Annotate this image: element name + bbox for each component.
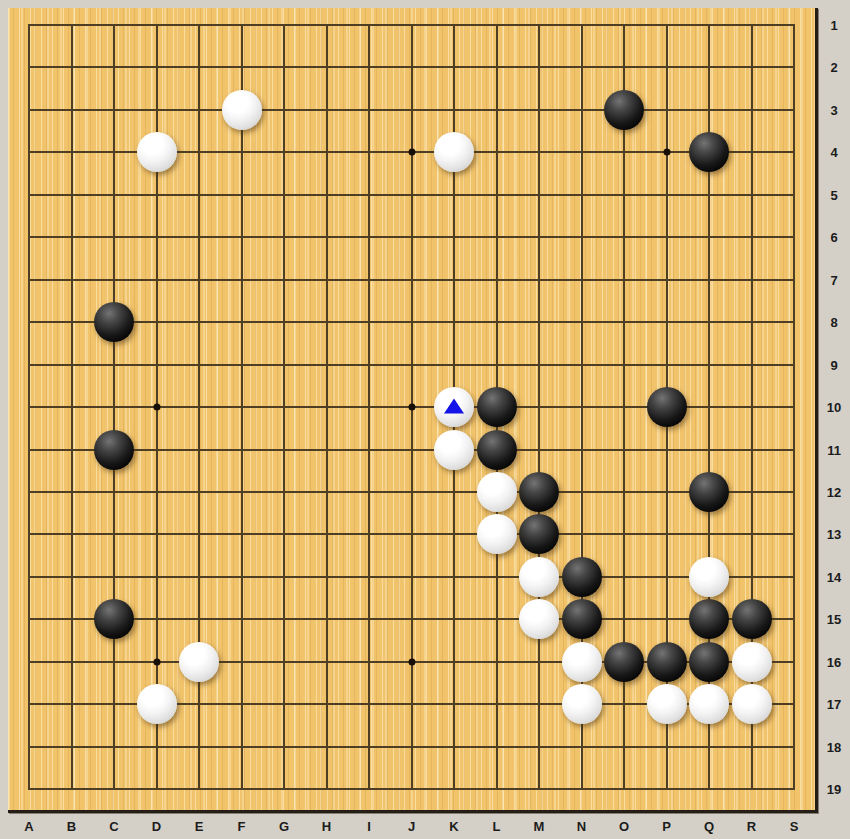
white-stone-M15[interactable] bbox=[519, 599, 559, 639]
row-label-14: 14 bbox=[827, 570, 841, 583]
row-label-7: 7 bbox=[830, 273, 837, 286]
white-stone-L13[interactable] bbox=[477, 514, 517, 554]
black-stone-Q4[interactable] bbox=[689, 132, 729, 172]
grid-line-horizontal bbox=[28, 788, 795, 790]
row-label-15: 15 bbox=[827, 613, 841, 626]
column-label-R: R bbox=[747, 820, 756, 833]
star-point-D10 bbox=[153, 404, 160, 411]
column-label-L: L bbox=[493, 820, 501, 833]
column-label-P: P bbox=[662, 820, 671, 833]
white-stone-P17[interactable] bbox=[647, 684, 687, 724]
column-label-C: C bbox=[109, 820, 118, 833]
black-stone-O16[interactable] bbox=[604, 642, 644, 682]
row-label-6: 6 bbox=[830, 231, 837, 244]
column-label-E: E bbox=[195, 820, 204, 833]
column-label-H: H bbox=[322, 820, 331, 833]
column-label-J: J bbox=[408, 820, 415, 833]
star-point-J10 bbox=[408, 404, 415, 411]
white-stone-K10[interactable] bbox=[434, 387, 474, 427]
white-stone-D17[interactable] bbox=[137, 684, 177, 724]
row-label-2: 2 bbox=[830, 61, 837, 74]
grid-line-vertical bbox=[793, 24, 795, 790]
column-label-G: G bbox=[279, 820, 289, 833]
black-stone-N15[interactable] bbox=[562, 599, 602, 639]
column-label-A: A bbox=[24, 820, 33, 833]
row-label-12: 12 bbox=[827, 485, 841, 498]
row-label-4: 4 bbox=[830, 146, 837, 159]
white-stone-N16[interactable] bbox=[562, 642, 602, 682]
column-label-O: O bbox=[619, 820, 629, 833]
row-label-9: 9 bbox=[830, 358, 837, 371]
row-label-10: 10 bbox=[827, 401, 841, 414]
black-stone-C11[interactable] bbox=[94, 430, 134, 470]
column-label-D: D bbox=[152, 820, 161, 833]
row-label-13: 13 bbox=[827, 528, 841, 541]
white-stone-L12[interactable] bbox=[477, 472, 517, 512]
star-point-D16 bbox=[153, 658, 160, 665]
column-label-K: K bbox=[449, 820, 458, 833]
black-stone-P10[interactable] bbox=[647, 387, 687, 427]
black-stone-C15[interactable] bbox=[94, 599, 134, 639]
column-label-I: I bbox=[367, 820, 371, 833]
column-label-S: S bbox=[790, 820, 799, 833]
black-stone-R15[interactable] bbox=[732, 599, 772, 639]
black-stone-C8[interactable] bbox=[94, 302, 134, 342]
black-stone-M13[interactable] bbox=[519, 514, 559, 554]
star-point-P4 bbox=[663, 149, 670, 156]
grid-line-horizontal bbox=[28, 746, 795, 748]
go-board-viewer: ABCDEFGHIJKLMNOPQRS 12345678910111213141… bbox=[0, 0, 850, 839]
grid-line-horizontal bbox=[28, 491, 795, 493]
black-stone-M12[interactable] bbox=[519, 472, 559, 512]
go-board[interactable] bbox=[8, 8, 818, 813]
black-stone-N14[interactable] bbox=[562, 557, 602, 597]
row-label-11: 11 bbox=[827, 443, 841, 456]
row-label-17: 17 bbox=[827, 698, 841, 711]
row-label-16: 16 bbox=[827, 655, 841, 668]
white-stone-M14[interactable] bbox=[519, 557, 559, 597]
star-point-J4 bbox=[408, 149, 415, 156]
row-label-5: 5 bbox=[830, 188, 837, 201]
grid-line-horizontal bbox=[28, 576, 795, 578]
white-stone-N17[interactable] bbox=[562, 684, 602, 724]
row-label-19: 19 bbox=[827, 783, 841, 796]
black-stone-Q15[interactable] bbox=[689, 599, 729, 639]
black-stone-O3[interactable] bbox=[604, 90, 644, 130]
white-stone-R16[interactable] bbox=[732, 642, 772, 682]
grid-line-horizontal bbox=[28, 618, 795, 620]
black-stone-L11[interactable] bbox=[477, 430, 517, 470]
grid-line-horizontal bbox=[28, 533, 795, 535]
white-stone-K11[interactable] bbox=[434, 430, 474, 470]
row-label-8: 8 bbox=[830, 316, 837, 329]
row-label-18: 18 bbox=[827, 740, 841, 753]
column-label-M: M bbox=[534, 820, 545, 833]
column-label-Q: Q bbox=[704, 820, 714, 833]
white-stone-Q14[interactable] bbox=[689, 557, 729, 597]
row-label-1: 1 bbox=[830, 19, 837, 32]
star-point-J16 bbox=[408, 658, 415, 665]
grid-line-horizontal bbox=[28, 449, 795, 451]
black-stone-P16[interactable] bbox=[647, 642, 687, 682]
black-stone-Q16[interactable] bbox=[689, 642, 729, 682]
black-stone-Q12[interactable] bbox=[689, 472, 729, 512]
grid-line-vertical bbox=[538, 24, 540, 790]
white-stone-E16[interactable] bbox=[179, 642, 219, 682]
white-stone-Q17[interactable] bbox=[689, 684, 729, 724]
black-stone-L10[interactable] bbox=[477, 387, 517, 427]
white-stone-D4[interactable] bbox=[137, 132, 177, 172]
white-stone-K4[interactable] bbox=[434, 132, 474, 172]
triangle-marker bbox=[444, 399, 464, 414]
column-label-F: F bbox=[238, 820, 246, 833]
white-stone-F3[interactable] bbox=[222, 90, 262, 130]
white-stone-R17[interactable] bbox=[732, 684, 772, 724]
column-label-N: N bbox=[577, 820, 586, 833]
column-label-B: B bbox=[67, 820, 76, 833]
row-label-3: 3 bbox=[830, 103, 837, 116]
